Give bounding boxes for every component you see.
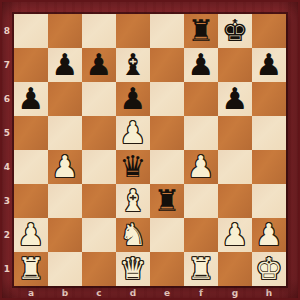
- piece-white-rook: ♜: [188, 252, 215, 286]
- piece-black-queen: ♛: [120, 150, 147, 184]
- square-d3[interactable]: ♝: [116, 184, 150, 218]
- piece-white-pawn: ♟: [188, 150, 215, 184]
- square-b4[interactable]: ♟: [48, 150, 82, 184]
- piece-black-king: ♚: [222, 14, 249, 48]
- rank-label-3: 3: [0, 184, 14, 218]
- square-g5[interactable]: [218, 116, 252, 150]
- square-b3[interactable]: [48, 184, 82, 218]
- piece-white-pawn: ♟: [52, 150, 79, 184]
- piece-black-pawn: ♟: [188, 48, 215, 82]
- rank-label-1: 1: [0, 252, 14, 286]
- file-label-a: a: [14, 286, 48, 300]
- square-d1[interactable]: ♛: [116, 252, 150, 286]
- square-f4[interactable]: ♟: [184, 150, 218, 184]
- square-g7[interactable]: [218, 48, 252, 82]
- file-label-f: f: [184, 286, 218, 300]
- square-c1[interactable]: [82, 252, 116, 286]
- piece-white-pawn: ♟: [256, 218, 283, 252]
- piece-white-bishop: ♝: [120, 184, 147, 218]
- square-h8[interactable]: [252, 14, 286, 48]
- piece-black-pawn: ♟: [18, 82, 45, 116]
- square-b7[interactable]: ♟: [48, 48, 82, 82]
- file-label-c: c: [82, 286, 116, 300]
- square-b1[interactable]: [48, 252, 82, 286]
- rank-label-4: 4: [0, 150, 14, 184]
- piece-white-rook: ♜: [18, 252, 45, 286]
- square-h5[interactable]: [252, 116, 286, 150]
- square-g1[interactable]: [218, 252, 252, 286]
- square-e7[interactable]: [150, 48, 184, 82]
- file-label-d: d: [116, 286, 150, 300]
- square-d8[interactable]: [116, 14, 150, 48]
- piece-black-pawn: ♟: [120, 82, 147, 116]
- chess-board-frame: 87654321 abcdefgh ♜♚♟♟♝♟♟♟♟♟♟♟♛♟♝♜♟♞♟♟♜♛…: [0, 0, 300, 300]
- rank-label-7: 7: [0, 48, 14, 82]
- square-d6[interactable]: ♟: [116, 82, 150, 116]
- square-e8[interactable]: [150, 14, 184, 48]
- rank-label-5: 5: [0, 116, 14, 150]
- square-a5[interactable]: [14, 116, 48, 150]
- square-f6[interactable]: [184, 82, 218, 116]
- piece-black-pawn: ♟: [86, 48, 113, 82]
- square-g4[interactable]: [218, 150, 252, 184]
- square-d2[interactable]: ♞: [116, 218, 150, 252]
- square-c4[interactable]: [82, 150, 116, 184]
- square-g2[interactable]: ♟: [218, 218, 252, 252]
- file-labels: abcdefgh: [14, 286, 286, 300]
- square-c6[interactable]: [82, 82, 116, 116]
- square-f1[interactable]: ♜: [184, 252, 218, 286]
- square-b6[interactable]: [48, 82, 82, 116]
- square-f5[interactable]: [184, 116, 218, 150]
- square-f8[interactable]: ♜: [184, 14, 218, 48]
- square-e5[interactable]: [150, 116, 184, 150]
- square-c3[interactable]: [82, 184, 116, 218]
- square-a1[interactable]: ♜: [14, 252, 48, 286]
- piece-black-rook: ♜: [154, 184, 181, 218]
- square-a4[interactable]: [14, 150, 48, 184]
- rank-label-8: 8: [0, 14, 14, 48]
- piece-white-knight: ♞: [120, 218, 147, 252]
- rank-label-2: 2: [0, 218, 14, 252]
- piece-black-rook: ♜: [188, 14, 215, 48]
- square-h3[interactable]: [252, 184, 286, 218]
- square-b2[interactable]: [48, 218, 82, 252]
- piece-black-pawn: ♟: [222, 82, 249, 116]
- square-h7[interactable]: ♟: [252, 48, 286, 82]
- piece-white-queen: ♛: [120, 252, 147, 286]
- square-a7[interactable]: [14, 48, 48, 82]
- piece-white-pawn: ♟: [18, 218, 45, 252]
- square-c5[interactable]: [82, 116, 116, 150]
- piece-white-king: ♚: [256, 252, 283, 286]
- piece-white-pawn: ♟: [120, 116, 147, 150]
- square-b5[interactable]: [48, 116, 82, 150]
- square-d4[interactable]: ♛: [116, 150, 150, 184]
- piece-black-pawn: ♟: [256, 48, 283, 82]
- square-e4[interactable]: [150, 150, 184, 184]
- rank-labels: 87654321: [0, 14, 14, 286]
- square-h1[interactable]: ♚: [252, 252, 286, 286]
- square-e1[interactable]: [150, 252, 184, 286]
- piece-white-pawn: ♟: [222, 218, 249, 252]
- file-label-g: g: [218, 286, 252, 300]
- square-f2[interactable]: [184, 218, 218, 252]
- file-label-b: b: [48, 286, 82, 300]
- rank-label-6: 6: [0, 82, 14, 116]
- square-d7[interactable]: ♝: [116, 48, 150, 82]
- square-a3[interactable]: [14, 184, 48, 218]
- square-h2[interactable]: ♟: [252, 218, 286, 252]
- chess-board: ♜♚♟♟♝♟♟♟♟♟♟♟♛♟♝♜♟♞♟♟♜♛♜♚: [14, 14, 286, 286]
- square-b8[interactable]: [48, 14, 82, 48]
- square-g3[interactable]: [218, 184, 252, 218]
- square-c7[interactable]: ♟: [82, 48, 116, 82]
- square-a2[interactable]: ♟: [14, 218, 48, 252]
- square-h6[interactable]: [252, 82, 286, 116]
- square-d5[interactable]: ♟: [116, 116, 150, 150]
- square-g8[interactable]: ♚: [218, 14, 252, 48]
- square-a8[interactable]: [14, 14, 48, 48]
- square-e3[interactable]: ♜: [150, 184, 184, 218]
- square-c2[interactable]: [82, 218, 116, 252]
- file-label-e: e: [150, 286, 184, 300]
- file-label-h: h: [252, 286, 286, 300]
- square-a6[interactable]: ♟: [14, 82, 48, 116]
- square-f3[interactable]: [184, 184, 218, 218]
- square-c8[interactable]: [82, 14, 116, 48]
- square-h4[interactable]: [252, 150, 286, 184]
- square-e2[interactable]: [150, 218, 184, 252]
- square-f7[interactable]: ♟: [184, 48, 218, 82]
- piece-black-bishop: ♝: [120, 48, 147, 82]
- square-g6[interactable]: ♟: [218, 82, 252, 116]
- piece-black-pawn: ♟: [52, 48, 79, 82]
- square-e6[interactable]: [150, 82, 184, 116]
